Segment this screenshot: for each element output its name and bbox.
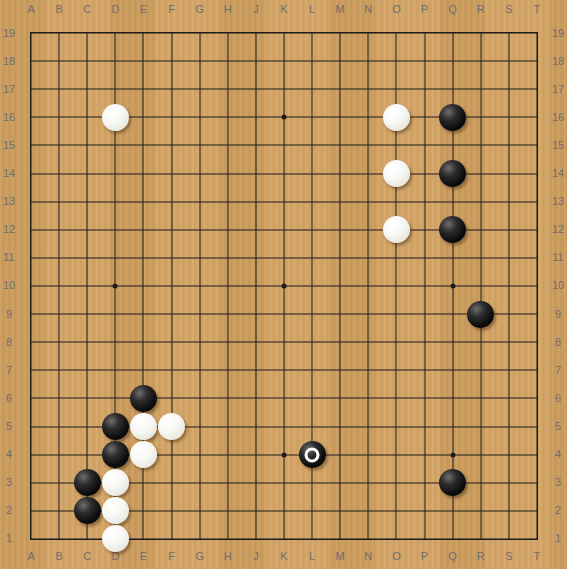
row-label: 9 bbox=[549, 300, 567, 328]
stone-white-o12[interactable] bbox=[383, 216, 410, 243]
stone-black-r9[interactable] bbox=[467, 301, 494, 328]
row-labels-left: 19181716151413121110987654321 bbox=[0, 19, 18, 553]
stone-white-e5[interactable] bbox=[130, 413, 157, 440]
stone-black-q14[interactable] bbox=[439, 160, 466, 187]
column-label: N bbox=[354, 0, 382, 19]
row-label: 15 bbox=[0, 131, 18, 159]
column-label: Q bbox=[439, 0, 467, 19]
stone-black-d5[interactable] bbox=[102, 413, 129, 440]
row-label: 11 bbox=[549, 244, 567, 272]
stone-black-c3[interactable] bbox=[74, 469, 101, 496]
column-label: K bbox=[270, 0, 298, 19]
column-label: C bbox=[73, 0, 101, 19]
row-label: 7 bbox=[549, 356, 567, 384]
row-label: 15 bbox=[549, 131, 567, 159]
row-label: 17 bbox=[0, 75, 18, 103]
row-label: 18 bbox=[549, 47, 567, 75]
row-label: 16 bbox=[0, 103, 18, 131]
column-label: T bbox=[523, 0, 551, 19]
row-label: 19 bbox=[0, 19, 18, 47]
stone-white-f5[interactable] bbox=[158, 413, 185, 440]
stone-white-o14[interactable] bbox=[383, 160, 410, 187]
stone-black-c2[interactable] bbox=[74, 497, 101, 524]
column-label: H bbox=[214, 0, 242, 19]
column-label: G bbox=[186, 0, 214, 19]
row-label: 11 bbox=[0, 244, 18, 272]
row-label: 12 bbox=[549, 216, 567, 244]
row-label: 4 bbox=[549, 441, 567, 469]
row-label: 2 bbox=[549, 497, 567, 525]
column-label: L bbox=[298, 0, 326, 19]
goban: ABCDEFGHJKLMNOPQRST ABCDEFGHJKLMNOPQRST … bbox=[0, 0, 567, 569]
row-label: 12 bbox=[0, 216, 18, 244]
column-label: S bbox=[495, 0, 523, 19]
row-label: 8 bbox=[549, 328, 567, 356]
board-grid[interactable] bbox=[17, 19, 551, 553]
row-label: 7 bbox=[0, 356, 18, 384]
stone-white-e4[interactable] bbox=[130, 441, 157, 468]
row-label: 4 bbox=[0, 441, 18, 469]
row-label: 10 bbox=[549, 272, 567, 300]
column-label: F bbox=[158, 0, 186, 19]
row-label: 5 bbox=[0, 412, 18, 440]
row-label: 13 bbox=[0, 188, 18, 216]
row-labels-right: 19181716151413121110987654321 bbox=[549, 19, 567, 553]
row-label: 1 bbox=[549, 525, 567, 553]
stone-white-o16[interactable] bbox=[383, 104, 410, 131]
stone-black-q16[interactable] bbox=[439, 104, 466, 131]
column-label: O bbox=[382, 0, 410, 19]
column-label: J bbox=[242, 0, 270, 19]
stone-black-q12[interactable] bbox=[439, 216, 466, 243]
stone-black-q3[interactable] bbox=[439, 469, 466, 496]
row-label: 6 bbox=[0, 384, 18, 412]
row-label: 18 bbox=[0, 47, 18, 75]
row-label: 17 bbox=[549, 75, 567, 103]
column-label: E bbox=[129, 0, 157, 19]
last-move-marker bbox=[305, 447, 320, 462]
column-label: B bbox=[45, 0, 73, 19]
stone-black-e6[interactable] bbox=[130, 385, 157, 412]
row-label: 3 bbox=[0, 469, 18, 497]
row-label: 2 bbox=[0, 497, 18, 525]
stone-black-d4[interactable] bbox=[102, 441, 129, 468]
row-label: 1 bbox=[0, 525, 18, 553]
row-label: 5 bbox=[549, 412, 567, 440]
column-label: D bbox=[101, 0, 129, 19]
row-label: 9 bbox=[0, 300, 18, 328]
row-label: 3 bbox=[549, 469, 567, 497]
row-label: 16 bbox=[549, 103, 567, 131]
stone-white-d16[interactable] bbox=[102, 104, 129, 131]
row-label: 14 bbox=[549, 160, 567, 188]
column-labels-top: ABCDEFGHJKLMNOPQRST bbox=[17, 0, 551, 19]
column-label: P bbox=[410, 0, 438, 19]
row-label: 10 bbox=[0, 272, 18, 300]
row-label: 6 bbox=[549, 384, 567, 412]
stone-black-l4[interactable] bbox=[299, 441, 326, 468]
row-label: 8 bbox=[0, 328, 18, 356]
row-label: 13 bbox=[549, 188, 567, 216]
column-label: M bbox=[326, 0, 354, 19]
row-label: 14 bbox=[0, 160, 18, 188]
stone-white-d1[interactable] bbox=[102, 525, 129, 552]
stone-white-d2[interactable] bbox=[102, 497, 129, 524]
column-label: R bbox=[467, 0, 495, 19]
stone-white-d3[interactable] bbox=[102, 469, 129, 496]
column-label: A bbox=[17, 0, 45, 19]
row-label: 19 bbox=[549, 19, 567, 47]
